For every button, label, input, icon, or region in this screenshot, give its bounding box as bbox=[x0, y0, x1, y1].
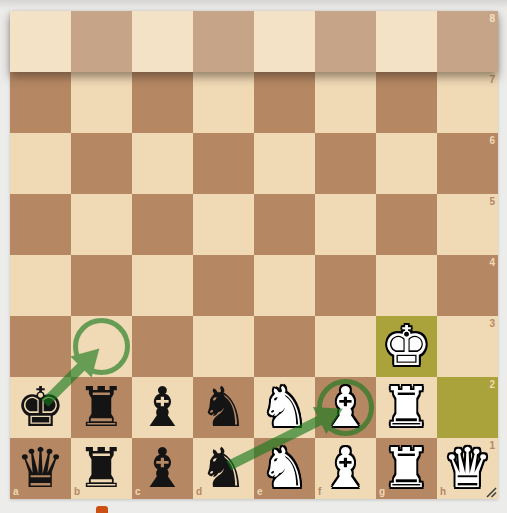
piece-black-knight[interactable]: ♞ bbox=[193, 377, 254, 438]
square-g6[interactable] bbox=[376, 133, 437, 194]
square-h7[interactable]: 7 bbox=[437, 72, 498, 133]
square-g2[interactable]: ♜ bbox=[376, 377, 437, 438]
square-a3[interactable] bbox=[10, 316, 71, 377]
piece-white-knight[interactable]: ♞ bbox=[254, 438, 315, 499]
square-d1[interactable]: ♞d bbox=[193, 438, 254, 499]
square-e7[interactable] bbox=[254, 72, 315, 133]
square-e2[interactable]: ♞ bbox=[254, 377, 315, 438]
square-d2[interactable]: ♞ bbox=[193, 377, 254, 438]
square-f2[interactable]: ♝ bbox=[315, 377, 376, 438]
square-f8[interactable] bbox=[315, 11, 376, 72]
cutoff-orange-ui-element bbox=[96, 506, 108, 513]
square-b4[interactable] bbox=[71, 255, 132, 316]
square-f3[interactable] bbox=[315, 316, 376, 377]
piece-white-knight[interactable]: ♞ bbox=[254, 377, 315, 438]
chess-board: 87654♚3♚♜♝♞♞♝♜2♛a♜b♝c♞d♞e♝f♜g♛1h bbox=[10, 11, 498, 499]
square-f5[interactable] bbox=[315, 194, 376, 255]
square-e5[interactable] bbox=[254, 194, 315, 255]
square-e4[interactable] bbox=[254, 255, 315, 316]
square-h8[interactable]: 8 bbox=[437, 11, 498, 72]
piece-black-queen[interactable]: ♛ bbox=[10, 438, 71, 499]
square-b7[interactable] bbox=[71, 72, 132, 133]
square-h6[interactable]: 6 bbox=[437, 133, 498, 194]
rank-label-6: 6 bbox=[489, 136, 495, 146]
piece-black-rook[interactable]: ♜ bbox=[71, 438, 132, 499]
square-b1[interactable]: ♜b bbox=[71, 438, 132, 499]
piece-white-rook[interactable]: ♜ bbox=[376, 377, 437, 438]
rank-label-4: 4 bbox=[489, 258, 495, 268]
square-a8[interactable] bbox=[10, 11, 71, 72]
square-h5[interactable]: 5 bbox=[437, 194, 498, 255]
square-b6[interactable] bbox=[71, 133, 132, 194]
square-d6[interactable] bbox=[193, 133, 254, 194]
square-b2[interactable]: ♜ bbox=[71, 377, 132, 438]
piece-black-bishop[interactable]: ♝ bbox=[132, 438, 193, 499]
square-a1[interactable]: ♛a bbox=[10, 438, 71, 499]
piece-black-rook[interactable]: ♜ bbox=[71, 377, 132, 438]
square-g1[interactable]: ♜g bbox=[376, 438, 437, 499]
board-resize-handle[interactable] bbox=[484, 485, 497, 498]
square-g8[interactable] bbox=[376, 11, 437, 72]
piece-black-knight[interactable]: ♞ bbox=[193, 438, 254, 499]
piece-black-bishop[interactable]: ♝ bbox=[132, 377, 193, 438]
square-c7[interactable] bbox=[132, 72, 193, 133]
square-b3[interactable] bbox=[71, 316, 132, 377]
piece-white-bishop[interactable]: ♝ bbox=[315, 377, 376, 438]
square-a4[interactable] bbox=[10, 255, 71, 316]
square-a7[interactable] bbox=[10, 72, 71, 133]
square-f4[interactable] bbox=[315, 255, 376, 316]
square-c4[interactable] bbox=[132, 255, 193, 316]
square-a6[interactable] bbox=[10, 133, 71, 194]
rank-label-8: 8 bbox=[489, 14, 495, 24]
square-d4[interactable] bbox=[193, 255, 254, 316]
square-c1[interactable]: ♝c bbox=[132, 438, 193, 499]
square-c8[interactable] bbox=[132, 11, 193, 72]
square-g3[interactable]: ♚ bbox=[376, 316, 437, 377]
square-c3[interactable] bbox=[132, 316, 193, 377]
rank-label-5: 5 bbox=[489, 197, 495, 207]
square-f6[interactable] bbox=[315, 133, 376, 194]
piece-white-rook[interactable]: ♜ bbox=[376, 438, 437, 499]
piece-black-king[interactable]: ♚ bbox=[10, 377, 71, 438]
square-h3[interactable]: 3 bbox=[437, 316, 498, 377]
square-c5[interactable] bbox=[132, 194, 193, 255]
board-squares: 87654♚3♚♜♝♞♞♝♜2♛a♜b♝c♞d♞e♝f♜g♛1h bbox=[10, 11, 498, 499]
rank-label-2: 2 bbox=[489, 380, 495, 390]
square-c2[interactable]: ♝ bbox=[132, 377, 193, 438]
square-e3[interactable] bbox=[254, 316, 315, 377]
square-d3[interactable] bbox=[193, 316, 254, 377]
square-a5[interactable] bbox=[10, 194, 71, 255]
square-e8[interactable] bbox=[254, 11, 315, 72]
piece-white-king[interactable]: ♚ bbox=[376, 316, 437, 377]
square-f7[interactable] bbox=[315, 72, 376, 133]
rank-label-3: 3 bbox=[489, 319, 495, 329]
square-e6[interactable] bbox=[254, 133, 315, 194]
rank-label-7: 7 bbox=[489, 75, 495, 85]
square-c6[interactable] bbox=[132, 133, 193, 194]
square-f1[interactable]: ♝f bbox=[315, 438, 376, 499]
square-g7[interactable] bbox=[376, 72, 437, 133]
square-b5[interactable] bbox=[71, 194, 132, 255]
square-g5[interactable] bbox=[376, 194, 437, 255]
square-d8[interactable] bbox=[193, 11, 254, 72]
square-d7[interactable] bbox=[193, 72, 254, 133]
square-b8[interactable] bbox=[71, 11, 132, 72]
square-d5[interactable] bbox=[193, 194, 254, 255]
piece-white-bishop[interactable]: ♝ bbox=[315, 438, 376, 499]
square-a2[interactable]: ♚ bbox=[10, 377, 71, 438]
square-g4[interactable] bbox=[376, 255, 437, 316]
square-h2[interactable]: 2 bbox=[437, 377, 498, 438]
square-h4[interactable]: 4 bbox=[437, 255, 498, 316]
square-e1[interactable]: ♞e bbox=[254, 438, 315, 499]
